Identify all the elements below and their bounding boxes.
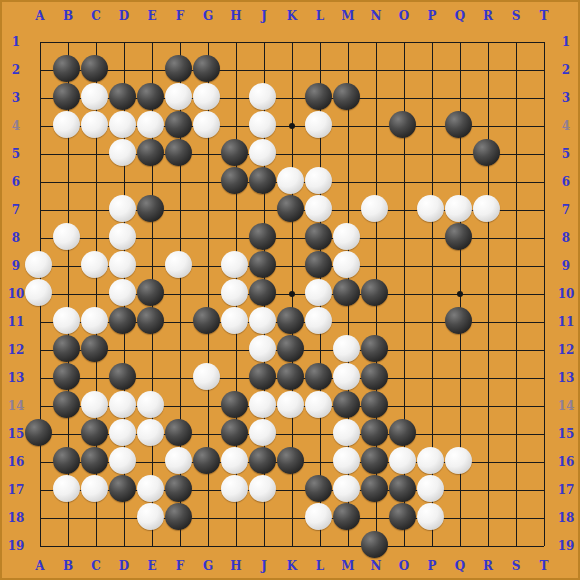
point-B7[interactable] [52,194,80,222]
point-L11[interactable] [304,306,332,334]
black-stone-N13[interactable] [361,363,388,390]
point-P13[interactable] [416,362,444,390]
white-stone-C11[interactable] [81,307,108,334]
point-A1[interactable] [24,26,52,54]
point-A13[interactable] [24,362,52,390]
white-stone-H17[interactable] [221,475,248,502]
black-stone-O17[interactable] [389,475,416,502]
white-stone-J5[interactable] [249,139,276,166]
point-L9[interactable] [304,250,332,278]
point-D4[interactable] [108,110,136,138]
white-stone-J17[interactable] [249,475,276,502]
point-L7[interactable] [304,194,332,222]
point-S9[interactable] [500,250,528,278]
point-A14[interactable] [24,390,52,418]
point-P15[interactable] [416,418,444,446]
point-S6[interactable] [500,166,528,194]
black-stone-K13[interactable] [277,363,304,390]
white-stone-L6[interactable] [305,167,332,194]
point-Q9[interactable] [444,250,472,278]
point-M19[interactable] [332,530,360,558]
point-T9[interactable] [528,250,556,278]
point-F13[interactable] [164,362,192,390]
point-Q15[interactable] [444,418,472,446]
white-stone-H11[interactable] [221,307,248,334]
black-stone-J16[interactable] [249,447,276,474]
point-B16[interactable] [52,446,80,474]
black-stone-F2[interactable] [165,55,192,82]
black-stone-O4[interactable] [389,111,416,138]
black-stone-G16[interactable] [193,447,220,474]
white-stone-J15[interactable] [249,419,276,446]
point-B1[interactable] [52,26,80,54]
point-R19[interactable] [472,530,500,558]
point-C5[interactable] [80,138,108,166]
white-stone-B4[interactable] [53,111,80,138]
point-G6[interactable] [192,166,220,194]
black-stone-M10[interactable] [333,279,360,306]
point-J4[interactable] [248,110,276,138]
point-F19[interactable] [164,530,192,558]
white-stone-L18[interactable] [305,503,332,530]
point-L4[interactable] [304,110,332,138]
point-C16[interactable] [80,446,108,474]
point-R1[interactable] [472,26,500,54]
point-O9[interactable] [388,250,416,278]
point-H12[interactable] [220,334,248,362]
point-H9[interactable] [220,250,248,278]
point-H18[interactable] [220,502,248,530]
point-Q14[interactable] [444,390,472,418]
point-H7[interactable] [220,194,248,222]
point-F9[interactable] [164,250,192,278]
point-S14[interactable] [500,390,528,418]
black-stone-N14[interactable] [361,391,388,418]
point-P2[interactable] [416,54,444,82]
point-C12[interactable] [80,334,108,362]
point-K8[interactable] [276,222,304,250]
point-P8[interactable] [416,222,444,250]
black-stone-J9[interactable] [249,251,276,278]
point-G16[interactable] [192,446,220,474]
point-F10[interactable] [164,278,192,306]
point-J14[interactable] [248,390,276,418]
point-G19[interactable] [192,530,220,558]
white-stone-C4[interactable] [81,111,108,138]
black-stone-F18[interactable] [165,503,192,530]
black-stone-L13[interactable] [305,363,332,390]
point-J17[interactable] [248,474,276,502]
black-stone-E10[interactable] [137,279,164,306]
point-B13[interactable] [52,362,80,390]
point-E18[interactable] [136,502,164,530]
point-N2[interactable] [360,54,388,82]
point-J12[interactable] [248,334,276,362]
point-J18[interactable] [248,502,276,530]
point-E14[interactable] [136,390,164,418]
white-stone-A9[interactable] [25,251,52,278]
point-C2[interactable] [80,54,108,82]
point-F14[interactable] [164,390,192,418]
point-H15[interactable] [220,418,248,446]
point-G17[interactable] [192,474,220,502]
point-P16[interactable] [416,446,444,474]
point-P18[interactable] [416,502,444,530]
point-T7[interactable] [528,194,556,222]
white-stone-L14[interactable] [305,391,332,418]
black-stone-J13[interactable] [249,363,276,390]
point-O18[interactable] [388,502,416,530]
point-G15[interactable] [192,418,220,446]
point-P1[interactable] [416,26,444,54]
point-K16[interactable] [276,446,304,474]
white-stone-B17[interactable] [53,475,80,502]
point-S15[interactable] [500,418,528,446]
black-stone-Q4[interactable] [445,111,472,138]
point-K18[interactable] [276,502,304,530]
point-E16[interactable] [136,446,164,474]
point-H5[interactable] [220,138,248,166]
point-G2[interactable] [192,54,220,82]
point-F2[interactable] [164,54,192,82]
point-C17[interactable] [80,474,108,502]
point-C6[interactable] [80,166,108,194]
point-J1[interactable] [248,26,276,54]
point-A4[interactable] [24,110,52,138]
point-K2[interactable] [276,54,304,82]
point-T1[interactable] [528,26,556,54]
point-R3[interactable] [472,82,500,110]
point-C15[interactable] [80,418,108,446]
point-P14[interactable] [416,390,444,418]
white-stone-L7[interactable] [305,195,332,222]
white-stone-B8[interactable] [53,223,80,250]
point-O5[interactable] [388,138,416,166]
white-stone-P18[interactable] [417,503,444,530]
white-stone-F9[interactable] [165,251,192,278]
point-T4[interactable] [528,110,556,138]
point-E12[interactable] [136,334,164,362]
white-stone-L4[interactable] [305,111,332,138]
point-D14[interactable] [108,390,136,418]
white-stone-B11[interactable] [53,307,80,334]
black-stone-L9[interactable] [305,251,332,278]
black-stone-K12[interactable] [277,335,304,362]
white-stone-J12[interactable] [249,335,276,362]
point-O16[interactable] [388,446,416,474]
point-C8[interactable] [80,222,108,250]
white-stone-H9[interactable] [221,251,248,278]
point-K19[interactable] [276,530,304,558]
black-stone-F4[interactable] [165,111,192,138]
point-P4[interactable] [416,110,444,138]
point-R7[interactable] [472,194,500,222]
black-stone-D3[interactable] [109,83,136,110]
white-stone-G13[interactable] [193,363,220,390]
black-stone-N10[interactable] [361,279,388,306]
point-T16[interactable] [528,446,556,474]
white-stone-E18[interactable] [137,503,164,530]
white-stone-C9[interactable] [81,251,108,278]
point-O4[interactable] [388,110,416,138]
point-B3[interactable] [52,82,80,110]
point-B17[interactable] [52,474,80,502]
black-stone-C16[interactable] [81,447,108,474]
white-stone-J14[interactable] [249,391,276,418]
point-M16[interactable] [332,446,360,474]
point-M10[interactable] [332,278,360,306]
point-F18[interactable] [164,502,192,530]
point-H11[interactable] [220,306,248,334]
black-stone-N19[interactable] [361,531,388,558]
black-stone-C2[interactable] [81,55,108,82]
point-R17[interactable] [472,474,500,502]
black-stone-Q11[interactable] [445,307,472,334]
white-stone-P7[interactable] [417,195,444,222]
point-A8[interactable] [24,222,52,250]
point-G10[interactable] [192,278,220,306]
point-N6[interactable] [360,166,388,194]
point-R10[interactable] [472,278,500,306]
point-R16[interactable] [472,446,500,474]
point-J11[interactable] [248,306,276,334]
black-stone-L17[interactable] [305,475,332,502]
white-stone-P17[interactable] [417,475,444,502]
point-R18[interactable] [472,502,500,530]
point-O2[interactable] [388,54,416,82]
point-M2[interactable] [332,54,360,82]
point-G14[interactable] [192,390,220,418]
point-S5[interactable] [500,138,528,166]
white-stone-L10[interactable] [305,279,332,306]
point-K11[interactable] [276,306,304,334]
point-B19[interactable] [52,530,80,558]
point-A2[interactable] [24,54,52,82]
white-stone-H16[interactable] [221,447,248,474]
white-stone-D7[interactable] [109,195,136,222]
black-stone-D11[interactable] [109,307,136,334]
point-M7[interactable] [332,194,360,222]
white-stone-D16[interactable] [109,447,136,474]
black-stone-L3[interactable] [305,83,332,110]
point-O10[interactable] [388,278,416,306]
white-stone-J4[interactable] [249,111,276,138]
point-F7[interactable] [164,194,192,222]
point-P17[interactable] [416,474,444,502]
black-stone-C15[interactable] [81,419,108,446]
point-K6[interactable] [276,166,304,194]
point-Q17[interactable] [444,474,472,502]
point-O19[interactable] [388,530,416,558]
black-stone-J10[interactable] [249,279,276,306]
black-stone-G11[interactable] [193,307,220,334]
point-G9[interactable] [192,250,220,278]
point-T10[interactable] [528,278,556,306]
point-Q6[interactable] [444,166,472,194]
point-A17[interactable] [24,474,52,502]
point-N12[interactable] [360,334,388,362]
point-M15[interactable] [332,418,360,446]
point-T3[interactable] [528,82,556,110]
black-stone-E5[interactable] [137,139,164,166]
point-L15[interactable] [304,418,332,446]
black-stone-N12[interactable] [361,335,388,362]
point-R12[interactable] [472,334,500,362]
white-stone-D9[interactable] [109,251,136,278]
point-E5[interactable] [136,138,164,166]
point-S7[interactable] [500,194,528,222]
black-stone-A15[interactable] [25,419,52,446]
point-K7[interactable] [276,194,304,222]
point-L19[interactable] [304,530,332,558]
point-E13[interactable] [136,362,164,390]
point-J15[interactable] [248,418,276,446]
point-Q11[interactable] [444,306,472,334]
point-D19[interactable] [108,530,136,558]
point-Q13[interactable] [444,362,472,390]
point-M13[interactable] [332,362,360,390]
point-D12[interactable] [108,334,136,362]
black-stone-M18[interactable] [333,503,360,530]
point-N17[interactable] [360,474,388,502]
point-M12[interactable] [332,334,360,362]
point-S8[interactable] [500,222,528,250]
point-C10[interactable] [80,278,108,306]
black-stone-B2[interactable] [53,55,80,82]
point-B10[interactable] [52,278,80,306]
point-F6[interactable] [164,166,192,194]
point-K14[interactable] [276,390,304,418]
point-M8[interactable] [332,222,360,250]
point-J10[interactable] [248,278,276,306]
point-N16[interactable] [360,446,388,474]
black-stone-J8[interactable] [249,223,276,250]
white-stone-D8[interactable] [109,223,136,250]
white-stone-C14[interactable] [81,391,108,418]
white-stone-D5[interactable] [109,139,136,166]
point-D16[interactable] [108,446,136,474]
point-A18[interactable] [24,502,52,530]
black-stone-M3[interactable] [333,83,360,110]
point-Q4[interactable] [444,110,472,138]
point-N13[interactable] [360,362,388,390]
point-M9[interactable] [332,250,360,278]
white-stone-F3[interactable] [165,83,192,110]
white-stone-M15[interactable] [333,419,360,446]
point-Q12[interactable] [444,334,472,362]
point-M1[interactable] [332,26,360,54]
point-S4[interactable] [500,110,528,138]
point-Q5[interactable] [444,138,472,166]
point-N18[interactable] [360,502,388,530]
black-stone-G2[interactable] [193,55,220,82]
point-J8[interactable] [248,222,276,250]
black-stone-K16[interactable] [277,447,304,474]
black-stone-J6[interactable] [249,167,276,194]
point-E4[interactable] [136,110,164,138]
white-stone-D4[interactable] [109,111,136,138]
point-T19[interactable] [528,530,556,558]
point-A16[interactable] [24,446,52,474]
point-A19[interactable] [24,530,52,558]
black-stone-H14[interactable] [221,391,248,418]
point-C19[interactable] [80,530,108,558]
black-stone-B14[interactable] [53,391,80,418]
point-R6[interactable] [472,166,500,194]
point-F5[interactable] [164,138,192,166]
point-L16[interactable] [304,446,332,474]
white-stone-E4[interactable] [137,111,164,138]
point-B5[interactable] [52,138,80,166]
point-L1[interactable] [304,26,332,54]
point-S16[interactable] [500,446,528,474]
point-L8[interactable] [304,222,332,250]
point-A3[interactable] [24,82,52,110]
point-D10[interactable] [108,278,136,306]
point-A11[interactable] [24,306,52,334]
point-F3[interactable] [164,82,192,110]
point-E6[interactable] [136,166,164,194]
point-D2[interactable] [108,54,136,82]
point-R2[interactable] [472,54,500,82]
white-stone-M16[interactable] [333,447,360,474]
point-G18[interactable] [192,502,220,530]
black-stone-F15[interactable] [165,419,192,446]
point-T8[interactable] [528,222,556,250]
point-Q10[interactable] [444,278,472,306]
point-M3[interactable] [332,82,360,110]
black-stone-D17[interactable] [109,475,136,502]
point-B15[interactable] [52,418,80,446]
point-C14[interactable] [80,390,108,418]
point-N9[interactable] [360,250,388,278]
white-stone-G3[interactable] [193,83,220,110]
point-L18[interactable] [304,502,332,530]
black-stone-O15[interactable] [389,419,416,446]
white-stone-C3[interactable] [81,83,108,110]
point-C1[interactable] [80,26,108,54]
point-H1[interactable] [220,26,248,54]
point-E1[interactable] [136,26,164,54]
black-stone-D13[interactable] [109,363,136,390]
point-T15[interactable] [528,418,556,446]
point-H3[interactable] [220,82,248,110]
point-E8[interactable] [136,222,164,250]
point-N4[interactable] [360,110,388,138]
point-L14[interactable] [304,390,332,418]
black-stone-B16[interactable] [53,447,80,474]
point-K10[interactable] [276,278,304,306]
point-A15[interactable] [24,418,52,446]
white-stone-E15[interactable] [137,419,164,446]
black-stone-C12[interactable] [81,335,108,362]
black-stone-K11[interactable] [277,307,304,334]
point-D17[interactable] [108,474,136,502]
point-N7[interactable] [360,194,388,222]
black-stone-F5[interactable] [165,139,192,166]
point-S13[interactable] [500,362,528,390]
point-Q16[interactable] [444,446,472,474]
black-stone-Q8[interactable] [445,223,472,250]
point-N14[interactable] [360,390,388,418]
point-D15[interactable] [108,418,136,446]
black-stone-E7[interactable] [137,195,164,222]
point-E9[interactable] [136,250,164,278]
point-F1[interactable] [164,26,192,54]
point-K15[interactable] [276,418,304,446]
point-S10[interactable] [500,278,528,306]
point-H17[interactable] [220,474,248,502]
